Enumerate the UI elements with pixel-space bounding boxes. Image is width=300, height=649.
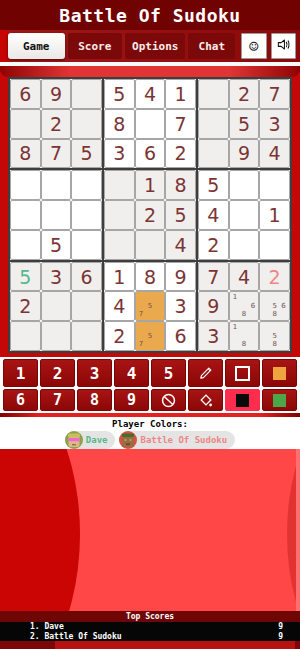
cell-r4c8[interactable] xyxy=(229,170,260,200)
speaker-icon xyxy=(276,37,291,56)
cell-r5c6[interactable]: 5 xyxy=(165,200,196,230)
gloss-band xyxy=(0,66,300,77)
background-edge-strip xyxy=(296,449,300,611)
cell-r5c3[interactable] xyxy=(71,200,102,230)
cell-r9c9[interactable]: 58 xyxy=(259,321,290,351)
cell-r5c1[interactable] xyxy=(10,200,41,230)
cell-r7c4[interactable]: 1 xyxy=(104,262,135,292)
key-8[interactable]: 8 xyxy=(77,389,112,411)
sudoku-board: 6928755418736227539451825454125362189457… xyxy=(8,77,292,353)
player-colors-section: Player Colors: Dave Battle Of Sudoku xyxy=(0,417,300,449)
cell-r2c3[interactable] xyxy=(71,109,102,139)
smiley-icon: ☺ xyxy=(249,37,259,56)
cell-r8c7[interactable]: 9 xyxy=(198,291,229,321)
cell-r4c9[interactable] xyxy=(259,170,290,200)
clear-color-button[interactable] xyxy=(225,359,260,387)
cell-r5c9[interactable]: 1 xyxy=(259,200,290,230)
box-9: 742916856831858 xyxy=(197,261,291,352)
cell-r3c6[interactable]: 2 xyxy=(165,139,196,169)
eraser-icon xyxy=(198,392,214,408)
orange-swatch-button[interactable] xyxy=(262,359,297,387)
key-6[interactable]: 6 xyxy=(3,389,38,411)
cell-r1c5[interactable]: 4 xyxy=(135,79,166,109)
cell-r3c5[interactable]: 6 xyxy=(135,139,166,169)
cell-r6c4[interactable] xyxy=(104,230,135,260)
color-swatch xyxy=(273,394,286,407)
key-4[interactable]: 4 xyxy=(114,359,149,387)
cell-r9c4[interactable]: 2 xyxy=(104,321,135,351)
no-number-button[interactable] xyxy=(151,389,186,411)
cell-r9c3[interactable] xyxy=(71,321,102,351)
green-swatch-button[interactable] xyxy=(262,389,297,411)
background-art xyxy=(0,449,300,611)
cell-r9c2[interactable] xyxy=(41,321,72,351)
cell-r7c1[interactable]: 5 xyxy=(10,262,41,292)
cell-r3c9[interactable]: 4 xyxy=(259,139,290,169)
box-2: 54187362 xyxy=(103,78,197,169)
cell-r8c6[interactable]: 3 xyxy=(165,291,196,321)
pencil-icon xyxy=(198,365,214,381)
score-row-2: 2. Battle Of Sudoku 9 xyxy=(0,632,300,641)
key-1[interactable]: 1 xyxy=(3,359,38,387)
key-7[interactable]: 7 xyxy=(40,389,75,411)
cell-r8c1[interactable]: 2 xyxy=(10,291,41,321)
cell-r4c2[interactable] xyxy=(41,170,72,200)
cell-r3c2[interactable]: 7 xyxy=(41,139,72,169)
player-name: Dave xyxy=(86,435,108,445)
tab-bar: Game Score Options Chat ☺ xyxy=(0,30,300,62)
cell-r5c7[interactable]: 4 xyxy=(198,200,229,230)
cell-r7c9[interactable]: 2 xyxy=(259,262,290,292)
cell-r4c3[interactable] xyxy=(71,170,102,200)
cell-r1c9[interactable]: 7 xyxy=(259,79,290,109)
cell-r7c6[interactable]: 9 xyxy=(165,262,196,292)
cell-r7c5[interactable]: 8 xyxy=(135,262,166,292)
score-entry: 1. Dave xyxy=(30,622,64,631)
key-3[interactable]: 3 xyxy=(77,359,112,387)
color-swatch xyxy=(273,367,286,380)
cell-r5c5[interactable]: 2 xyxy=(135,200,166,230)
tab-score[interactable]: Score xyxy=(68,33,123,59)
cell-r3c1[interactable]: 8 xyxy=(10,139,41,169)
cell-r5c2[interactable] xyxy=(41,200,72,230)
cell-r1c8[interactable]: 2 xyxy=(229,79,260,109)
box-8: 18945732576 xyxy=(103,261,197,352)
cell-r8c5[interactable]: 57 xyxy=(135,291,166,321)
tab-options[interactable]: Options xyxy=(125,33,185,59)
cell-r5c8[interactable] xyxy=(229,200,260,230)
cell-r2c1[interactable] xyxy=(10,109,41,139)
keypad: 12345 6789 xyxy=(0,357,300,413)
cell-r6c5[interactable] xyxy=(135,230,166,260)
cell-r4c6[interactable]: 8 xyxy=(165,170,196,200)
cell-r1c3[interactable] xyxy=(71,79,102,109)
score-value: 9 xyxy=(278,632,283,641)
cell-r2c9[interactable]: 3 xyxy=(259,109,290,139)
cell-r2c2[interactable]: 2 xyxy=(41,109,72,139)
box-6: 5412 xyxy=(197,169,291,260)
cell-r7c2[interactable]: 3 xyxy=(41,262,72,292)
cell-r4c5[interactable]: 1 xyxy=(135,170,166,200)
box-7: 5362 xyxy=(9,261,103,352)
cell-r7c8[interactable]: 4 xyxy=(229,262,260,292)
cell-r4c4[interactable] xyxy=(104,170,135,200)
cell-r8c8[interactable]: 168 xyxy=(229,291,260,321)
battle-of-sudoku-app: Battle Of Sudoku Game Score Options Chat… xyxy=(0,0,300,649)
background-curve-left xyxy=(0,449,80,611)
top-scores-list: 1. Dave 9 2. Battle Of Sudoku 9 xyxy=(0,622,300,641)
box-4: 5 xyxy=(9,169,103,260)
cell-r7c7[interactable]: 7 xyxy=(198,262,229,292)
box-1: 692875 xyxy=(9,78,103,169)
cell-r7c3[interactable]: 6 xyxy=(71,262,102,292)
cell-r2c8[interactable]: 5 xyxy=(229,109,260,139)
cell-r2c6[interactable]: 7 xyxy=(165,109,196,139)
cell-r8c4[interactable]: 4 xyxy=(104,291,135,321)
cell-r9c5[interactable]: 57 xyxy=(135,321,166,351)
cell-r1c7[interactable] xyxy=(198,79,229,109)
player-colors-label: Player Colors: xyxy=(0,417,300,430)
tab-chat[interactable]: Chat xyxy=(188,33,235,59)
cell-r1c2[interactable]: 9 xyxy=(41,79,72,109)
cell-r4c7[interactable]: 5 xyxy=(198,170,229,200)
score-entry: 2. Battle Of Sudoku xyxy=(30,632,122,641)
cell-r8c2[interactable] xyxy=(41,291,72,321)
square-outline-icon xyxy=(235,366,250,381)
black-swatch-button[interactable] xyxy=(225,389,260,411)
player-chip-dave[interactable]: Dave xyxy=(65,431,116,449)
cell-r2c4[interactable]: 8 xyxy=(104,109,135,139)
cell-r1c6[interactable]: 1 xyxy=(165,79,196,109)
bottom-strip xyxy=(0,641,300,649)
cell-r3c3[interactable]: 5 xyxy=(71,139,102,169)
cell-r6c6[interactable]: 4 xyxy=(165,230,196,260)
score-value: 9 xyxy=(278,622,283,631)
cell-r9c6[interactable]: 6 xyxy=(165,321,196,351)
cell-r6c3[interactable] xyxy=(71,230,102,260)
cell-r3c8[interactable]: 9 xyxy=(229,139,260,169)
cell-r6c9[interactable] xyxy=(259,230,290,260)
player-chip-battle-of-sudoku[interactable]: Battle Of Sudoku xyxy=(119,431,235,449)
app-title: Battle Of Sudoku xyxy=(0,0,300,30)
cell-r1c1[interactable]: 6 xyxy=(10,79,41,109)
emoji-button[interactable]: ☺ xyxy=(241,33,266,59)
pencil-button[interactable] xyxy=(188,359,223,387)
cell-r9c7[interactable]: 3 xyxy=(198,321,229,351)
cell-r2c7[interactable] xyxy=(198,109,229,139)
cell-r6c7[interactable]: 2 xyxy=(198,230,229,260)
cell-r1c4[interactable]: 5 xyxy=(104,79,135,109)
key-5[interactable]: 5 xyxy=(151,359,186,387)
player-name: Battle Of Sudoku xyxy=(140,435,227,445)
color-swatch xyxy=(236,394,249,407)
top-scores-header: Top Scores xyxy=(0,611,300,622)
battle-of-sudoku-avatar xyxy=(119,431,137,449)
no-icon xyxy=(160,392,177,409)
cell-r6c8[interactable] xyxy=(229,230,260,260)
cell-r3c7[interactable] xyxy=(198,139,229,169)
dave-avatar xyxy=(65,431,83,449)
cell-r6c2[interactable]: 5 xyxy=(41,230,72,260)
box-5: 18254 xyxy=(103,169,197,260)
box-3: 275394 xyxy=(197,78,291,169)
cell-r3c4[interactable]: 3 xyxy=(104,139,135,169)
key-2[interactable]: 2 xyxy=(40,359,75,387)
keypad-row-2: 6789 xyxy=(3,389,297,411)
cell-r8c9[interactable]: 568 xyxy=(259,291,290,321)
cell-r8c3[interactable] xyxy=(71,291,102,321)
cell-r5c4[interactable] xyxy=(104,200,135,230)
cell-r2c5[interactable] xyxy=(135,109,166,139)
player-chips: Dave Battle Of Sudoku xyxy=(0,431,300,449)
keypad-row-1: 12345 xyxy=(3,359,297,387)
cell-r9c8[interactable]: 18 xyxy=(229,321,260,351)
tab-game[interactable]: Game xyxy=(8,33,65,59)
cell-r6c1[interactable] xyxy=(10,230,41,260)
sound-button[interactable] xyxy=(271,33,296,59)
board-zone: 6928755418736227539451825454125362189457… xyxy=(0,66,300,357)
key-9[interactable]: 9 xyxy=(114,389,149,411)
cell-r4c1[interactable] xyxy=(10,170,41,200)
eraser-button[interactable] xyxy=(188,389,223,411)
score-row-1: 1. Dave 9 xyxy=(0,622,300,631)
cell-r9c1[interactable] xyxy=(10,321,41,351)
